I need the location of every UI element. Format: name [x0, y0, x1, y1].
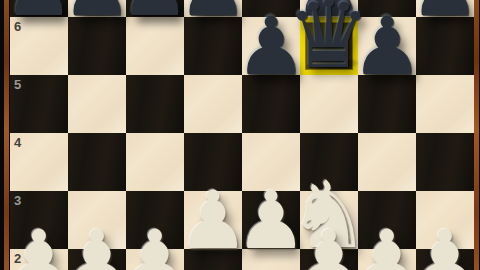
- square-g6[interactable]: ♟: [358, 17, 416, 75]
- square-c4[interactable]: [126, 133, 184, 191]
- app-screen: ♟♟♟♟♟♟6♟♛♟543♟♟♞2♟♟♟♟♟♟: [0, 0, 480, 270]
- square-f6[interactable]: ♛: [300, 17, 358, 75]
- square-d7[interactable]: ♟: [184, 0, 242, 17]
- board-frame-left: [4, 0, 9, 270]
- square-b5[interactable]: [68, 75, 126, 133]
- rank-label-2: 2: [14, 252, 21, 265]
- square-h5[interactable]: [416, 75, 474, 133]
- square-c2[interactable]: ♟: [126, 249, 184, 270]
- rank-label-4: 4: [14, 136, 21, 149]
- rank-label-3: 3: [14, 194, 21, 207]
- square-h2[interactable]: ♟: [416, 249, 474, 270]
- square-a7[interactable]: ♟: [10, 0, 68, 17]
- rank-label-6: 6: [14, 20, 21, 33]
- square-b7[interactable]: ♟: [68, 0, 126, 17]
- square-c5[interactable]: [126, 75, 184, 133]
- rank-label-5: 5: [14, 78, 21, 91]
- square-b4[interactable]: [68, 133, 126, 191]
- square-a4[interactable]: 4: [10, 133, 68, 191]
- square-d5[interactable]: [184, 75, 242, 133]
- square-h7[interactable]: ♟: [416, 0, 474, 17]
- square-h4[interactable]: [416, 133, 474, 191]
- piece-white-pawn-h2[interactable]: ♟: [406, 219, 480, 270]
- board-frame-right: [474, 0, 479, 270]
- chess-board: ♟♟♟♟♟♟6♟♛♟543♟♟♞2♟♟♟♟♟♟: [10, 0, 474, 270]
- square-c7[interactable]: ♟: [126, 0, 184, 17]
- piece-black-pawn-g6[interactable]: ♟: [351, 7, 423, 87]
- piece-white-pawn-c2[interactable]: ♟: [116, 219, 195, 270]
- square-a5[interactable]: 5: [10, 75, 68, 133]
